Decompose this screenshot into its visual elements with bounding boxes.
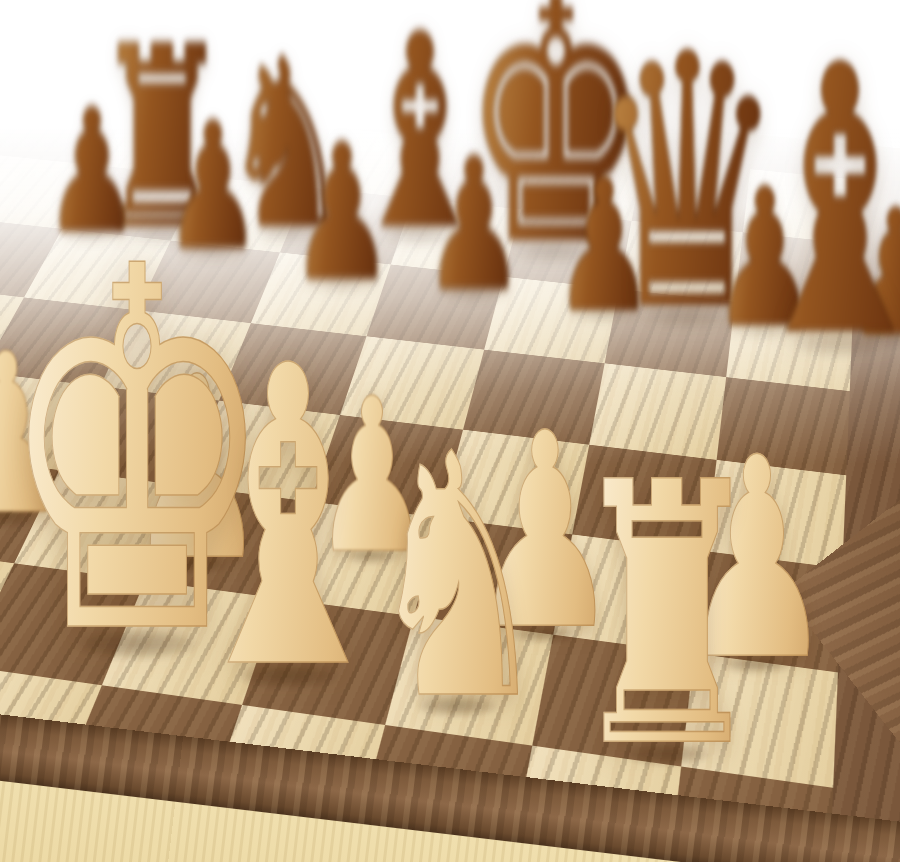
- black-pawn[interactable]: ♟: [423, 155, 524, 297]
- black-pawn[interactable]: ♟: [290, 141, 394, 287]
- white-rook[interactable]: ♜: [567, 476, 768, 758]
- white-knight[interactable]: ♞: [365, 448, 551, 710]
- chess-set-photo: ♞♜♟♝♟♚♟♟♟♛♟♟♝♟♟♟♟♚♟♝♞♜: [0, 0, 900, 862]
- pieces-layer: ♞♜♟♝♟♚♟♟♟♛♟♟♝♟♟♟♟♚♟♝♞♜: [0, 0, 900, 862]
- black-bishop[interactable]: ♝: [738, 59, 900, 347]
